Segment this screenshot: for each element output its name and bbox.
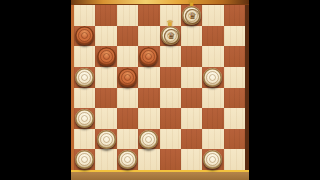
checker-piece-red[interactable]: [139, 47, 158, 66]
square-r2c6: [202, 46, 223, 67]
square-r7c0[interactable]: [74, 149, 95, 170]
square-r0c3[interactable]: [138, 5, 159, 26]
checker-piece-white-king[interactable]: ♛♛: [182, 6, 201, 25]
square-r3c0[interactable]: [74, 67, 95, 88]
letterbox-left: [0, 0, 71, 180]
square-r2c7[interactable]: [224, 46, 245, 67]
square-r5c1: [95, 108, 116, 129]
square-r0c2: [117, 5, 138, 26]
square-r6c0: [74, 129, 95, 150]
square-r2c0: [74, 46, 95, 67]
checker-piece-red[interactable]: [75, 26, 94, 45]
square-r3c3: [138, 67, 159, 88]
checker-piece-white[interactable]: [118, 150, 137, 169]
square-r7c7: [224, 149, 245, 170]
square-r4c3[interactable]: [138, 88, 159, 109]
checker-piece-white[interactable]: [97, 130, 116, 149]
square-r3c7: [224, 67, 245, 88]
square-r1c1: [95, 26, 116, 47]
square-r4c1[interactable]: [95, 88, 116, 109]
square-r7c5: [181, 149, 202, 170]
square-r1c4[interactable]: ♛♛: [160, 26, 181, 47]
king-crown-icon: ♛: [167, 20, 174, 28]
square-r3c5: [181, 67, 202, 88]
square-r1c6[interactable]: [202, 26, 223, 47]
square-r4c0: [74, 88, 95, 109]
square-r5c7: [224, 108, 245, 129]
checker-piece-white[interactable]: [139, 130, 158, 149]
square-r0c7[interactable]: [224, 5, 245, 26]
square-r5c4[interactable]: [160, 108, 181, 129]
checker-piece-white[interactable]: [75, 109, 94, 128]
square-r3c6[interactable]: [202, 67, 223, 88]
square-r2c3[interactable]: [138, 46, 159, 67]
square-r7c3: [138, 149, 159, 170]
square-r5c6[interactable]: [202, 108, 223, 129]
square-r4c7[interactable]: [224, 88, 245, 109]
checker-piece-white[interactable]: [203, 68, 222, 87]
game-screen: ♛♛♛♛: [0, 0, 320, 180]
square-r6c2: [117, 129, 138, 150]
square-r1c7: [224, 26, 245, 47]
checker-piece-white-king[interactable]: ♛♛: [161, 26, 180, 45]
square-r0c5[interactable]: ♛♛: [181, 5, 202, 26]
square-r1c3: [138, 26, 159, 47]
square-r7c2[interactable]: [117, 149, 138, 170]
letterbox-right: [249, 0, 320, 180]
square-r4c4: [160, 88, 181, 109]
square-r6c6: [202, 129, 223, 150]
square-r7c4[interactable]: [160, 149, 181, 170]
square-r6c3[interactable]: [138, 129, 159, 150]
square-r4c5[interactable]: [181, 88, 202, 109]
checker-piece-red[interactable]: [118, 68, 137, 87]
square-r3c1: [95, 67, 116, 88]
square-r6c1[interactable]: [95, 129, 116, 150]
square-r5c0[interactable]: [74, 108, 95, 129]
square-r3c4[interactable]: [160, 67, 181, 88]
square-r4c6: [202, 88, 223, 109]
square-r2c4: [160, 46, 181, 67]
checker-piece-white[interactable]: [75, 68, 94, 87]
square-r1c2[interactable]: [117, 26, 138, 47]
king-crown-icon: ♛: [188, 0, 195, 8]
square-r6c5[interactable]: [181, 129, 202, 150]
square-r1c5: [181, 26, 202, 47]
checker-piece-white[interactable]: [203, 150, 222, 169]
bottom-gold-bar: [71, 170, 249, 180]
board-panel: ♛♛♛♛: [71, 0, 249, 180]
square-r0c0: [74, 5, 95, 26]
king-emblem-icon: ♛: [185, 9, 200, 24]
square-r4c2: [117, 88, 138, 109]
square-r1c0[interactable]: [74, 26, 95, 47]
checker-piece-red[interactable]: [97, 47, 116, 66]
square-r7c1: [95, 149, 116, 170]
square-r6c4: [160, 129, 181, 150]
king-emblem-icon: ♛: [164, 29, 179, 44]
square-r3c2[interactable]: [117, 67, 138, 88]
square-r2c1[interactable]: [95, 46, 116, 67]
square-r0c1[interactable]: [95, 5, 116, 26]
square-r6c7[interactable]: [224, 129, 245, 150]
square-r7c6[interactable]: [202, 149, 223, 170]
square-r5c5: [181, 108, 202, 129]
square-r5c3: [138, 108, 159, 129]
checker-piece-white[interactable]: [75, 150, 94, 169]
checkers-board[interactable]: ♛♛♛♛: [71, 5, 249, 170]
square-r5c2[interactable]: [117, 108, 138, 129]
square-r2c2: [117, 46, 138, 67]
square-r2c5[interactable]: [181, 46, 202, 67]
square-r0c6: [202, 5, 223, 26]
